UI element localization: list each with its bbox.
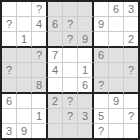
cell-r4c1[interactable] — [2, 48, 17, 63]
cell-r6c8[interactable] — [109, 78, 124, 94]
cell-r2c1[interactable]: ? — [2, 17, 17, 32]
cell-r8c5[interactable]: ? — [63, 109, 78, 124]
cell-r5c2[interactable] — [17, 63, 32, 78]
cell-r6c6[interactable]: 6 — [78, 78, 94, 94]
cell-r4c6[interactable] — [78, 48, 94, 63]
cell-r8c3[interactable]: 1 — [32, 109, 48, 124]
cell-r5c8[interactable] — [109, 63, 124, 78]
cell-r3c6[interactable]: 9 — [78, 32, 94, 48]
cell-r5c4[interactable]: 4 — [48, 63, 63, 78]
cell-r7c5[interactable]: ? — [63, 94, 78, 109]
cell-r3c8[interactable] — [109, 32, 124, 48]
sudoku-board: ?63?46?91?92?76?41?86?62?91?35?39? — [0, 0, 140, 140]
cell-r9c9[interactable] — [124, 124, 138, 138]
cell-r1c9[interactable]: 3 — [124, 2, 138, 17]
cell-r9c3[interactable] — [32, 124, 48, 138]
cell-r1c5[interactable] — [63, 2, 78, 17]
cell-r5c1[interactable]: ? — [2, 63, 17, 78]
cell-r7c2[interactable] — [17, 94, 32, 109]
cell-r3c7[interactable] — [94, 32, 109, 48]
cell-r9c5[interactable] — [63, 124, 78, 138]
cell-r4c8[interactable] — [109, 48, 124, 63]
cell-r7c1[interactable]: 6 — [2, 94, 17, 109]
cell-r9c2[interactable]: 9 — [17, 124, 32, 138]
cell-r6c4[interactable] — [48, 78, 63, 94]
cell-r6c3[interactable]: 8 — [32, 78, 48, 94]
cell-r9c1[interactable]: 3 — [2, 124, 17, 138]
cell-r6c9[interactable] — [124, 78, 138, 94]
cell-r5c5[interactable] — [63, 63, 78, 78]
cell-r3c2[interactable]: 1 — [17, 32, 32, 48]
cell-r7c4[interactable]: 2 — [48, 94, 63, 109]
cell-r8c4[interactable] — [48, 109, 63, 124]
cell-r2c2[interactable] — [17, 17, 32, 32]
cell-r4c3[interactable]: ? — [32, 48, 48, 63]
cell-r5c6[interactable]: 1 — [78, 63, 94, 78]
cell-r1c3[interactable]: ? — [32, 2, 48, 17]
cell-r6c5[interactable] — [63, 78, 78, 94]
cell-r2c9[interactable] — [124, 17, 138, 32]
cell-r1c1[interactable] — [2, 2, 17, 17]
cell-r9c7[interactable]: ? — [94, 124, 109, 138]
cell-r4c9[interactable] — [124, 48, 138, 63]
cell-r4c4[interactable]: 7 — [48, 48, 63, 63]
cell-r5c9[interactable]: ? — [124, 63, 138, 78]
cell-r9c4[interactable] — [48, 124, 63, 138]
cell-r2c6[interactable] — [78, 17, 94, 32]
cell-r7c8[interactable]: 9 — [109, 94, 124, 109]
cell-r7c3[interactable] — [32, 94, 48, 109]
cell-r4c5[interactable] — [63, 48, 78, 63]
cell-r2c7[interactable]: 9 — [94, 17, 109, 32]
cell-r8c6[interactable]: 3 — [78, 109, 94, 124]
cell-r8c2[interactable] — [17, 109, 32, 124]
cell-r3c5[interactable]: ? — [63, 32, 78, 48]
cell-r7c9[interactable] — [124, 94, 138, 109]
cell-r1c7[interactable] — [94, 2, 109, 17]
cell-r2c4[interactable]: 6 — [48, 17, 63, 32]
cell-r4c2[interactable] — [17, 48, 32, 63]
cell-r6c2[interactable] — [17, 78, 32, 94]
cell-r1c8[interactable]: 6 — [109, 2, 124, 17]
cell-r9c8[interactable] — [109, 124, 124, 138]
cell-r5c7[interactable] — [94, 63, 109, 78]
cell-r8c8[interactable] — [109, 109, 124, 124]
cell-r3c4[interactable] — [48, 32, 63, 48]
cell-r2c5[interactable]: ? — [63, 17, 78, 32]
cell-r3c1[interactable] — [2, 32, 17, 48]
cell-r8c1[interactable] — [2, 109, 17, 124]
cell-r1c4[interactable] — [48, 2, 63, 17]
cell-r1c6[interactable] — [78, 2, 94, 17]
cell-r2c3[interactable]: 4 — [32, 17, 48, 32]
cell-r3c9[interactable]: 2 — [124, 32, 138, 48]
cell-r6c1[interactable] — [2, 78, 17, 94]
cell-r9c6[interactable] — [78, 124, 94, 138]
cell-r2c8[interactable] — [109, 17, 124, 32]
cell-r1c2[interactable] — [17, 2, 32, 17]
cell-r7c7[interactable] — [94, 94, 109, 109]
cell-r3c3[interactable] — [32, 32, 48, 48]
cell-r6c7[interactable]: ? — [94, 78, 109, 94]
cell-r8c9[interactable]: ? — [124, 109, 138, 124]
cell-r7c6[interactable] — [78, 94, 94, 109]
cell-r4c7[interactable]: 6 — [94, 48, 109, 63]
cell-r8c7[interactable]: 5 — [94, 109, 109, 124]
cell-r5c3[interactable] — [32, 63, 48, 78]
